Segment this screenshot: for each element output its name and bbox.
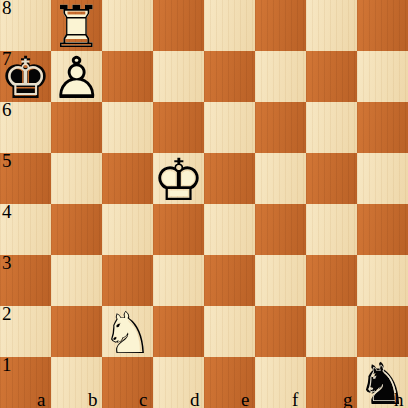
square-f8[interactable] (255, 0, 306, 51)
square-d5[interactable]: ♚♔ (153, 153, 204, 204)
square-a5[interactable] (0, 153, 51, 204)
square-f1[interactable] (255, 357, 306, 408)
king-glyph-outline: ♔ (153, 154, 204, 205)
square-e3[interactable] (204, 255, 255, 306)
square-e4[interactable] (204, 204, 255, 255)
knight-glyph-outline: ♘ (361, 362, 405, 406)
square-f4[interactable] (255, 204, 306, 255)
square-d2[interactable] (153, 306, 204, 357)
square-h7[interactable] (357, 51, 408, 102)
square-h5[interactable] (357, 153, 408, 204)
square-h4[interactable] (357, 204, 408, 255)
square-a4[interactable] (0, 204, 51, 255)
square-c1[interactable] (102, 357, 153, 408)
square-f2[interactable] (255, 306, 306, 357)
square-g8[interactable] (306, 0, 357, 51)
square-e7[interactable] (204, 51, 255, 102)
square-g2[interactable] (306, 306, 357, 357)
square-a6[interactable] (0, 102, 51, 153)
square-f7[interactable] (255, 51, 306, 102)
black-king[interactable]: ♚♔ (0, 51, 51, 102)
king-glyph-outline: ♔ (4, 56, 48, 100)
square-g1[interactable] (306, 357, 357, 408)
square-c8[interactable] (102, 0, 153, 51)
square-c4[interactable] (102, 204, 153, 255)
square-e2[interactable] (204, 306, 255, 357)
white-pawn[interactable]: ♟♙ (51, 51, 102, 102)
square-g5[interactable] (306, 153, 357, 204)
square-g6[interactable] (306, 102, 357, 153)
square-h3[interactable] (357, 255, 408, 306)
square-b4[interactable] (51, 204, 102, 255)
square-f6[interactable] (255, 102, 306, 153)
square-e8[interactable] (204, 0, 255, 51)
square-h8[interactable] (357, 0, 408, 51)
square-f5[interactable] (255, 153, 306, 204)
square-b7[interactable]: ♟♙ (51, 51, 102, 102)
square-e5[interactable] (204, 153, 255, 204)
square-c2[interactable]: ♞♘ (102, 306, 153, 357)
square-b6[interactable] (51, 102, 102, 153)
square-b2[interactable] (51, 306, 102, 357)
knight-glyph-outline: ♘ (102, 307, 153, 358)
square-d1[interactable] (153, 357, 204, 408)
square-a1[interactable] (0, 357, 51, 408)
black-knight[interactable]: ♞♘ (357, 357, 408, 408)
square-f3[interactable] (255, 255, 306, 306)
square-g7[interactable] (306, 51, 357, 102)
square-b1[interactable] (51, 357, 102, 408)
white-king[interactable]: ♚♔ (153, 153, 204, 204)
square-a3[interactable] (0, 255, 51, 306)
square-d3[interactable] (153, 255, 204, 306)
square-c5[interactable] (102, 153, 153, 204)
square-c6[interactable] (102, 102, 153, 153)
square-d7[interactable] (153, 51, 204, 102)
white-knight[interactable]: ♞♘ (102, 306, 153, 357)
square-b3[interactable] (51, 255, 102, 306)
chess-board: ♜♖♚♔♟♙♚♔♞♘♞♘87654321abcdefgh (0, 0, 408, 408)
square-c7[interactable] (102, 51, 153, 102)
square-g3[interactable] (306, 255, 357, 306)
square-b5[interactable] (51, 153, 102, 204)
square-h6[interactable] (357, 102, 408, 153)
square-e6[interactable] (204, 102, 255, 153)
square-d4[interactable] (153, 204, 204, 255)
square-a2[interactable] (0, 306, 51, 357)
square-d8[interactable] (153, 0, 204, 51)
square-h1[interactable]: ♞♘ (357, 357, 408, 408)
square-e1[interactable] (204, 357, 255, 408)
square-a7[interactable]: ♚♔ (0, 51, 51, 102)
pawn-glyph-outline: ♙ (51, 52, 102, 103)
square-g4[interactable] (306, 204, 357, 255)
